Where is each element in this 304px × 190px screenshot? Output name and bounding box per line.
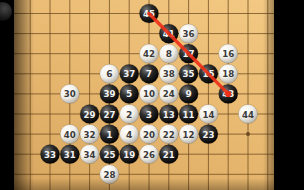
stone-black-25[interactable]: 25 [100,145,119,164]
stone-white-16[interactable]: 16 [219,44,238,63]
stone-black-7[interactable]: 7 [139,64,158,83]
stone-number: 22 [163,130,175,140]
stone-number: 23 [202,130,214,140]
stone-black-31[interactable]: 31 [60,145,79,164]
stone-number: 27 [103,110,115,120]
stone-number: 5 [126,89,132,99]
stone-number: 39 [103,89,115,99]
stone-number: 29 [84,110,96,120]
stone-number: 20 [143,130,155,140]
stone-number: 8 [166,49,172,59]
stone-white-30[interactable]: 30 [60,84,79,103]
stone-black-35[interactable]: 35 [179,64,198,83]
stone-black-29[interactable]: 29 [80,104,99,123]
stone-number: 26 [143,150,155,160]
stone-number: 1 [106,130,112,140]
stone-white-8[interactable]: 8 [159,44,178,63]
stone-number: 31 [64,150,76,160]
stone-black-13[interactable]: 13 [159,104,178,123]
stone-black-9[interactable]: 9 [179,84,198,103]
stone-black-27[interactable]: 27 [100,104,119,123]
stone-black-11[interactable]: 11 [179,104,198,123]
stone-white-26[interactable]: 26 [139,145,158,164]
stone-number: 35 [183,69,195,79]
stone-black-1[interactable]: 1 [100,125,119,144]
stone-number: 14 [202,110,214,120]
stone-number: 7 [146,69,152,79]
stone-white-4[interactable]: 4 [120,125,139,144]
stone-white-34[interactable]: 34 [80,145,99,164]
letterbox-right [274,0,304,190]
stone-white-36[interactable]: 36 [179,24,198,43]
stone-number: 3 [146,110,152,120]
stone-number: 40 [64,130,76,140]
stone-number: 33 [44,150,56,160]
stone-white-12[interactable]: 12 [179,125,198,144]
stone-number: 9 [185,89,191,99]
stone-number: 10 [143,89,155,99]
stone-white-40[interactable]: 40 [60,125,79,144]
stone-white-20[interactable]: 20 [139,125,158,144]
letterbox-left [0,0,14,190]
stone-black-23[interactable]: 23 [199,125,218,144]
stone-white-38[interactable]: 38 [159,64,178,83]
stone-number: 2 [126,110,132,120]
stone-white-28[interactable]: 28 [100,165,119,184]
stone-white-44[interactable]: 44 [238,104,257,123]
stone-number: 38 [163,69,175,79]
stone-number: 34 [84,150,96,160]
stone-black-21[interactable]: 21 [159,145,178,164]
stone-black-19[interactable]: 19 [120,145,139,164]
stone-number: 4 [126,130,132,140]
stone-number: 44 [242,110,254,120]
stone-black-39[interactable]: 39 [100,84,119,103]
star-point [246,132,250,136]
stone-number: 13 [163,110,175,120]
stone-black-5[interactable]: 5 [120,84,139,103]
stone-number: 25 [103,150,115,160]
video-frame: 1234567891011121314151617181920212223242… [0,0,304,190]
stone-white-32[interactable]: 32 [80,125,99,144]
stone-number: 42 [143,49,155,59]
stone-number: 6 [106,69,112,79]
stone-number: 36 [183,29,195,39]
stone-number: 37 [123,69,135,79]
stone-number: 11 [183,110,195,120]
stone-number: 30 [64,89,76,99]
stone-number: 24 [163,89,175,99]
stone-white-2[interactable]: 2 [120,104,139,123]
stone-white-14[interactable]: 14 [199,104,218,123]
stone-white-18[interactable]: 18 [219,64,238,83]
win-line-end-dot [225,91,231,97]
stone-number: 12 [183,130,195,140]
stone-white-24[interactable]: 24 [159,84,178,103]
stone-number: 28 [103,170,115,180]
stone-number: 32 [84,130,96,140]
stone-black-33[interactable]: 33 [40,145,59,164]
board-overlay: 1234567891011121314151617181920212223242… [0,0,304,190]
stone-white-10[interactable]: 10 [139,84,158,103]
stone-white-6[interactable]: 6 [100,64,119,83]
stone-black-3[interactable]: 3 [139,104,158,123]
stone-black-37[interactable]: 37 [120,64,139,83]
stone-white-42[interactable]: 42 [139,44,158,63]
stone-white-22[interactable]: 22 [159,125,178,144]
stone-number: 16 [222,49,234,59]
stone-number: 18 [222,69,234,79]
stone-number: 21 [163,150,175,160]
stone-number: 19 [123,150,135,160]
